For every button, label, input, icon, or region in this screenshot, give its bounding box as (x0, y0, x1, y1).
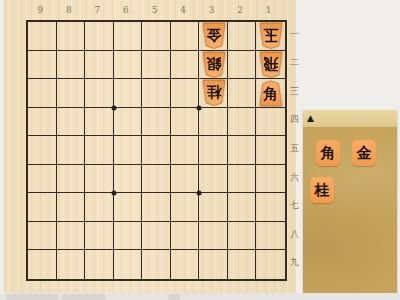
board-cell-9七[interactable] (28, 193, 57, 222)
bottom-bar-segment (6, 294, 58, 300)
bottom-bar-segment (62, 294, 106, 300)
board-cell-8二[interactable] (57, 51, 86, 80)
board-cell-6五[interactable] (114, 136, 143, 165)
board-cell-5一[interactable] (142, 22, 171, 51)
rank-label-6: 六 (287, 163, 302, 192)
board-cell-4六[interactable] (171, 165, 200, 194)
piece-gote-knight[interactable]: 桂 (202, 80, 225, 106)
board-cell-6四[interactable] (114, 108, 143, 137)
board-cell-8九[interactable] (57, 250, 86, 279)
board-cell-1八[interactable] (256, 222, 285, 251)
board-cell-3八[interactable] (199, 222, 228, 251)
board-cell-6一[interactable] (114, 22, 143, 51)
rank-label-5: 五 (287, 134, 302, 163)
board-cell-9五[interactable] (28, 136, 57, 165)
board-cell-2二[interactable] (228, 51, 257, 80)
board-cell-4九[interactable] (171, 250, 200, 279)
piece-glyph: 金 (206, 27, 221, 42)
board-cell-6六[interactable] (114, 165, 143, 194)
board-cell-6九[interactable] (114, 250, 143, 279)
star-point (111, 191, 116, 196)
board-cell-2一[interactable] (228, 22, 257, 51)
board-cell-5三[interactable] (142, 79, 171, 108)
file-label-9: 9 (26, 4, 55, 17)
board-cell-3五[interactable] (199, 136, 228, 165)
piece-glyph: 玉 (263, 27, 278, 42)
board-cell-1七[interactable] (256, 193, 285, 222)
hand-piece-gold[interactable]: 金 (352, 140, 376, 166)
board-cell-2五[interactable] (228, 136, 257, 165)
board-cell-3六[interactable] (199, 165, 228, 194)
board-cell-3七[interactable] (199, 193, 228, 222)
rank-label-1: 一 (287, 20, 302, 49)
piece-gote-king[interactable]: 玉 (259, 23, 282, 49)
board-cell-8一[interactable] (57, 22, 86, 51)
star-point (197, 105, 202, 110)
board-cell-4三[interactable] (171, 79, 200, 108)
board-cell-2六[interactable] (228, 165, 257, 194)
shogi-app: 987654321 一二三四五六七八九 金玉銀飛桂角 ▲ 角金桂 (0, 0, 400, 300)
board-cell-8八[interactable] (57, 222, 86, 251)
rank-label-7: 七 (287, 191, 302, 220)
board-cell-5六[interactable] (142, 165, 171, 194)
piece-glyph: 桂 (315, 183, 330, 198)
board-cell-8六[interactable] (57, 165, 86, 194)
file-label-2: 2 (226, 4, 255, 17)
board-cell-9二[interactable] (28, 51, 57, 80)
piece-glyph: 角 (263, 87, 278, 102)
board-cell-9九[interactable] (28, 250, 57, 279)
board-cell-6二[interactable] (114, 51, 143, 80)
board-cell-5四[interactable] (142, 108, 171, 137)
board-cell-6八[interactable] (114, 222, 143, 251)
rank-label-8: 八 (287, 220, 302, 249)
hand-piece-knight[interactable]: 桂 (310, 177, 334, 203)
board-cell-7三[interactable] (85, 79, 114, 108)
file-label-1: 1 (254, 4, 283, 17)
bottom-bar (0, 293, 400, 300)
star-point (111, 105, 116, 110)
hand-piece-bishop[interactable]: 角 (316, 140, 340, 166)
board-cell-1五[interactable] (256, 136, 285, 165)
board-cell-9八[interactable] (28, 222, 57, 251)
rank-label-9: 九 (287, 248, 302, 277)
rank-label-3: 三 (287, 77, 302, 106)
piece-stand: ▲ 角金桂 (303, 110, 397, 293)
piece-glyph: 飛 (263, 56, 278, 71)
board-cell-4七[interactable] (171, 193, 200, 222)
board-panel: 987654321 一二三四五六七八九 金玉銀飛桂角 (4, 0, 296, 293)
piece-gote-silver[interactable]: 銀 (202, 52, 225, 78)
board-cell-4一[interactable] (171, 22, 200, 51)
board-cell-7九[interactable] (85, 250, 114, 279)
file-label-5: 5 (140, 4, 169, 17)
board-cell-7四[interactable] (85, 108, 114, 137)
board-cell-9三[interactable] (28, 79, 57, 108)
board-cell-2四[interactable] (228, 108, 257, 137)
file-label-6: 6 (112, 4, 141, 17)
rank-label-4: 四 (287, 106, 302, 135)
piece-glyph: 桂 (206, 84, 221, 99)
board-cell-3九[interactable] (199, 250, 228, 279)
board-cell-5八[interactable] (142, 222, 171, 251)
piece-glyph: 角 (321, 146, 336, 161)
file-label-4: 4 (169, 4, 198, 17)
board-cell-6七[interactable] (114, 193, 143, 222)
board-cell-9一[interactable] (28, 22, 57, 51)
board-cell-9六[interactable] (28, 165, 57, 194)
board-cell-8七[interactable] (57, 193, 86, 222)
board-cell-2七[interactable] (228, 193, 257, 222)
piece-gote-gold[interactable]: 金 (202, 23, 225, 49)
board-cell-1四[interactable] (256, 108, 285, 137)
board-cell-5七[interactable] (142, 193, 171, 222)
star-point (197, 191, 202, 196)
board-cell-4二[interactable] (171, 51, 200, 80)
board-cell-7五[interactable] (85, 136, 114, 165)
sente-indicator-icon: ▲ (307, 114, 314, 123)
board-cell-7一[interactable] (85, 22, 114, 51)
board-cell-7七[interactable] (85, 193, 114, 222)
board-cell-2九[interactable] (228, 250, 257, 279)
board-cell-1六[interactable] (256, 165, 285, 194)
board-cell-4八[interactable] (171, 222, 200, 251)
board-cell-5二[interactable] (142, 51, 171, 80)
file-label-8: 8 (55, 4, 84, 17)
piece-gote-rook[interactable]: 飛 (259, 52, 282, 78)
piece-sente-bishop[interactable]: 角 (259, 80, 282, 106)
piece-face: 角 (260, 81, 281, 105)
board-cell-2八[interactable] (228, 222, 257, 251)
board-cell-8四[interactable] (57, 108, 86, 137)
file-label-7: 7 (83, 4, 112, 17)
piece-glyph: 銀 (206, 56, 221, 71)
piece-stand-header: ▲ (303, 110, 397, 127)
board-cell-5九[interactable] (142, 250, 171, 279)
board-cell-7八[interactable] (85, 222, 114, 251)
board-cell-7二[interactable] (85, 51, 114, 80)
board-cell-4五[interactable] (171, 136, 200, 165)
board-cell-4四[interactable] (171, 108, 200, 137)
rank-label-2: 二 (287, 49, 302, 78)
board-cell-2三[interactable] (228, 79, 257, 108)
board-grid: 金玉銀飛桂角 (26, 20, 287, 281)
board-cell-8五[interactable] (57, 136, 86, 165)
board-cell-9四[interactable] (28, 108, 57, 137)
board-cell-1九[interactable] (256, 250, 285, 279)
board-cell-6三[interactable] (114, 79, 143, 108)
board-cell-3四[interactable] (199, 108, 228, 137)
file-label-3: 3 (197, 4, 226, 17)
bottom-bar-segment (168, 294, 180, 300)
board-cell-5五[interactable] (142, 136, 171, 165)
board-cell-7六[interactable] (85, 165, 114, 194)
board-cell-8三[interactable] (57, 79, 86, 108)
piece-glyph: 金 (357, 146, 372, 161)
